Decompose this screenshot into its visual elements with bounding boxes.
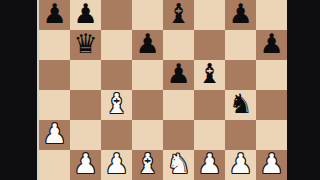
- square-b4[interactable]: [70, 90, 101, 120]
- piece-white-pawn: ♟: [104, 150, 128, 179]
- square-g3[interactable]: [225, 120, 256, 150]
- square-e7[interactable]: ♝: [163, 0, 194, 30]
- piece-black-pawn: ♟: [259, 30, 283, 59]
- piece-white-bishop: ♝: [135, 150, 159, 179]
- square-h2[interactable]: ♟: [256, 150, 287, 180]
- square-f6[interactable]: [194, 30, 225, 60]
- piece-white-pawn: ♟: [73, 150, 97, 179]
- square-f5[interactable]: ♝: [194, 60, 225, 90]
- letterbox-left: [0, 0, 37, 180]
- square-d4[interactable]: [132, 90, 163, 120]
- square-e3[interactable]: [163, 120, 194, 150]
- square-a4[interactable]: [39, 90, 70, 120]
- piece-black-pawn: ♟: [135, 30, 159, 59]
- square-h7[interactable]: [256, 0, 287, 30]
- square-g7[interactable]: ♟: [225, 0, 256, 30]
- piece-black-bishop: ♝: [166, 0, 190, 29]
- square-g5[interactable]: [225, 60, 256, 90]
- piece-black-pawn: ♟: [42, 0, 66, 29]
- square-c4[interactable]: ♝: [101, 90, 132, 120]
- square-e2[interactable]: ♞: [163, 150, 194, 180]
- square-d2[interactable]: ♝: [132, 150, 163, 180]
- square-h4[interactable]: [256, 90, 287, 120]
- square-g4[interactable]: ♞: [225, 90, 256, 120]
- square-b3[interactable]: [70, 120, 101, 150]
- square-h3[interactable]: [256, 120, 287, 150]
- square-c5[interactable]: [101, 60, 132, 90]
- square-a7[interactable]: ♟: [39, 0, 70, 30]
- square-e6[interactable]: [163, 30, 194, 60]
- piece-black-pawn: ♟: [228, 0, 252, 29]
- square-g6[interactable]: [225, 30, 256, 60]
- chess-board: ♟♟♝♟♛♟♟♟♝♝♞♟♟♟♝♞♟♟♟: [37, 0, 287, 180]
- square-d3[interactable]: [132, 120, 163, 150]
- square-c2[interactable]: ♟: [101, 150, 132, 180]
- square-f3[interactable]: [194, 120, 225, 150]
- square-f2[interactable]: ♟: [194, 150, 225, 180]
- square-c6[interactable]: [101, 30, 132, 60]
- piece-white-pawn: ♟: [197, 150, 221, 179]
- piece-black-pawn: ♟: [166, 60, 190, 89]
- square-h5[interactable]: [256, 60, 287, 90]
- square-c7[interactable]: [101, 0, 132, 30]
- piece-black-bishop: ♝: [197, 60, 221, 89]
- video-frame: ♟♟♝♟♛♟♟♟♝♝♞♟♟♟♝♞♟♟♟: [0, 0, 320, 180]
- square-f4[interactable]: [194, 90, 225, 120]
- piece-black-pawn: ♟: [73, 0, 97, 29]
- square-b2[interactable]: ♟: [70, 150, 101, 180]
- square-h6[interactable]: ♟: [256, 30, 287, 60]
- square-f7[interactable]: [194, 0, 225, 30]
- square-a5[interactable]: [39, 60, 70, 90]
- square-a2[interactable]: [39, 150, 70, 180]
- piece-black-knight: ♞: [228, 90, 252, 119]
- square-e5[interactable]: ♟: [163, 60, 194, 90]
- square-b6[interactable]: ♛: [70, 30, 101, 60]
- square-a3[interactable]: ♟: [39, 120, 70, 150]
- square-d7[interactable]: [132, 0, 163, 30]
- square-e4[interactable]: [163, 90, 194, 120]
- piece-white-pawn: ♟: [259, 150, 283, 179]
- square-d6[interactable]: ♟: [132, 30, 163, 60]
- piece-white-pawn: ♟: [42, 120, 66, 149]
- square-c3[interactable]: [101, 120, 132, 150]
- square-g2[interactable]: ♟: [225, 150, 256, 180]
- piece-white-pawn: ♟: [228, 150, 252, 179]
- square-a6[interactable]: [39, 30, 70, 60]
- square-b7[interactable]: ♟: [70, 0, 101, 30]
- piece-white-knight: ♞: [166, 150, 190, 179]
- square-b5[interactable]: [70, 60, 101, 90]
- piece-white-bishop: ♝: [104, 90, 128, 119]
- piece-black-queen: ♛: [73, 30, 97, 59]
- square-d5[interactable]: [132, 60, 163, 90]
- letterbox-right: [286, 0, 320, 180]
